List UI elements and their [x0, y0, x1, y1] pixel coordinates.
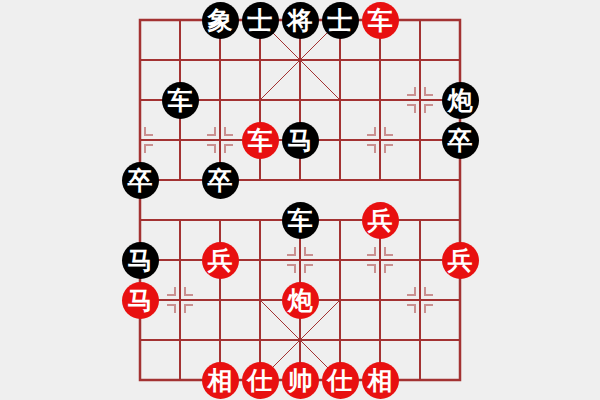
piece-black-advisor[interactable]: 士 — [322, 2, 359, 39]
piece-red-horse[interactable]: 马 — [122, 282, 159, 319]
piece-black-elephant[interactable]: 象 — [202, 2, 239, 39]
piece-black-horse[interactable]: 马 — [282, 122, 319, 159]
piece-red-pawn[interactable]: 兵 — [442, 242, 479, 279]
piece-black-horse[interactable]: 马 — [122, 242, 159, 279]
piece-black-advisor[interactable]: 士 — [242, 2, 279, 39]
piece-red-chariot[interactable]: 车 — [242, 122, 279, 159]
piece-black-chariot[interactable]: 车 — [162, 82, 199, 119]
xiangqi-board: 象士将士车车炮车马卒卒卒车兵马兵兵马炮相仕帅仕相 — [0, 0, 600, 400]
piece-red-chariot[interactable]: 车 — [362, 2, 399, 39]
board-intersections: 象士将士车车炮车马卒卒卒车兵马兵兵马炮相仕帅仕相 — [120, 0, 480, 400]
piece-red-elephant[interactable]: 相 — [202, 362, 239, 399]
piece-red-elephant[interactable]: 相 — [362, 362, 399, 399]
piece-black-pawn[interactable]: 卒 — [202, 162, 239, 199]
piece-red-general[interactable]: 帅 — [282, 362, 319, 399]
piece-red-advisor[interactable]: 仕 — [322, 362, 359, 399]
piece-red-pawn[interactable]: 兵 — [202, 242, 239, 279]
piece-black-pawn[interactable]: 卒 — [122, 162, 159, 199]
piece-red-advisor[interactable]: 仕 — [242, 362, 279, 399]
piece-black-cannon[interactable]: 炮 — [442, 82, 479, 119]
piece-black-chariot[interactable]: 车 — [282, 202, 319, 239]
piece-black-pawn[interactable]: 卒 — [442, 122, 479, 159]
piece-red-cannon[interactable]: 炮 — [282, 282, 319, 319]
piece-black-general[interactable]: 将 — [282, 2, 319, 39]
piece-red-pawn[interactable]: 兵 — [362, 202, 399, 239]
